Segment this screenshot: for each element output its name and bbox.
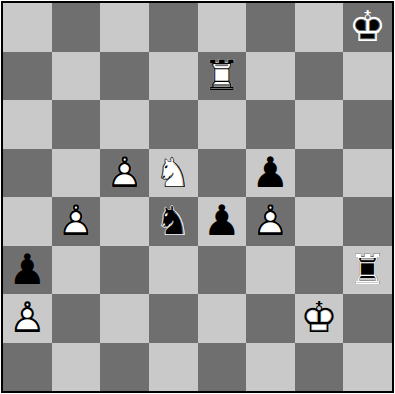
- black-king-outline-glyph: ♔: [343, 3, 392, 52]
- square-b7[interactable]: [52, 52, 101, 101]
- square-e6[interactable]: [198, 100, 247, 149]
- piece-black-pawn[interactable]: ♟: [198, 197, 247, 246]
- square-g4[interactable]: [295, 197, 344, 246]
- square-e8[interactable]: [198, 3, 247, 52]
- square-f3[interactable]: [246, 246, 295, 295]
- square-c4[interactable]: [100, 197, 149, 246]
- square-e5[interactable]: [198, 149, 247, 198]
- square-a5[interactable]: [3, 149, 52, 198]
- square-b1[interactable]: [52, 343, 101, 392]
- square-c6[interactable]: [100, 100, 149, 149]
- square-c2[interactable]: [100, 294, 149, 343]
- piece-black-pawn[interactable]: ♟: [3, 246, 52, 295]
- piece-white-pawn[interactable]: ♟♙: [100, 149, 149, 198]
- square-b3[interactable]: [52, 246, 101, 295]
- square-h5[interactable]: [343, 149, 392, 198]
- square-b8[interactable]: [52, 3, 101, 52]
- square-h6[interactable]: [343, 100, 392, 149]
- square-f4[interactable]: ♟♙: [246, 197, 295, 246]
- square-h8[interactable]: ♚♔: [343, 3, 392, 52]
- piece-white-pawn[interactable]: ♟♙: [52, 197, 101, 246]
- black-pawn-fill-glyph: ♟: [3, 246, 52, 295]
- square-g8[interactable]: [295, 3, 344, 52]
- square-h3[interactable]: ♜♖: [343, 246, 392, 295]
- square-c1[interactable]: [100, 343, 149, 392]
- piece-black-king[interactable]: ♚♔: [343, 3, 392, 52]
- square-a8[interactable]: [3, 3, 52, 52]
- piece-white-pawn[interactable]: ♟♙: [3, 294, 52, 343]
- square-h2[interactable]: [343, 294, 392, 343]
- square-e3[interactable]: [198, 246, 247, 295]
- square-g5[interactable]: [295, 149, 344, 198]
- square-a7[interactable]: [3, 52, 52, 101]
- square-d3[interactable]: [149, 246, 198, 295]
- square-e1[interactable]: [198, 343, 247, 392]
- black-knight-outline-glyph: ♘: [149, 197, 198, 246]
- piece-white-pawn[interactable]: ♟♙: [246, 197, 295, 246]
- chess-board: ♚♔♜♖♟♙♞♘♟♟♙♞♘♟♟♙♟♜♖♟♙♚♔: [0, 0, 395, 394]
- square-f5[interactable]: ♟: [246, 149, 295, 198]
- square-c5[interactable]: ♟♙: [100, 149, 149, 198]
- square-d7[interactable]: [149, 52, 198, 101]
- square-e7[interactable]: ♜♖: [198, 52, 247, 101]
- square-f6[interactable]: [246, 100, 295, 149]
- board-frame: ♚♔♜♖♟♙♞♘♟♟♙♞♘♟♟♙♟♜♖♟♙♚♔: [1, 1, 394, 393]
- square-d5[interactable]: ♞♘: [149, 149, 198, 198]
- square-f1[interactable]: [246, 343, 295, 392]
- white-king-outline-glyph: ♔: [295, 294, 344, 343]
- black-rook-outline-glyph: ♖: [343, 246, 392, 295]
- square-c8[interactable]: [100, 3, 149, 52]
- square-b4[interactable]: ♟♙: [52, 197, 101, 246]
- square-f8[interactable]: [246, 3, 295, 52]
- square-b6[interactable]: [52, 100, 101, 149]
- square-d4[interactable]: ♞♘: [149, 197, 198, 246]
- square-b2[interactable]: [52, 294, 101, 343]
- piece-white-king[interactable]: ♚♔: [295, 294, 344, 343]
- white-knight-outline-glyph: ♘: [149, 149, 198, 198]
- piece-white-rook[interactable]: ♜♖: [198, 52, 247, 101]
- square-d6[interactable]: [149, 100, 198, 149]
- piece-black-pawn[interactable]: ♟: [246, 149, 295, 198]
- square-a1[interactable]: [3, 343, 52, 392]
- white-pawn-outline-glyph: ♙: [246, 197, 295, 246]
- square-d1[interactable]: [149, 343, 198, 392]
- square-d8[interactable]: [149, 3, 198, 52]
- square-c7[interactable]: [100, 52, 149, 101]
- square-d2[interactable]: [149, 294, 198, 343]
- square-f2[interactable]: [246, 294, 295, 343]
- square-e2[interactable]: [198, 294, 247, 343]
- square-g7[interactable]: [295, 52, 344, 101]
- board-grid: ♚♔♜♖♟♙♞♘♟♟♙♞♘♟♟♙♟♜♖♟♙♚♔: [3, 3, 392, 391]
- square-h4[interactable]: [343, 197, 392, 246]
- square-h7[interactable]: [343, 52, 392, 101]
- square-g1[interactable]: [295, 343, 344, 392]
- square-b5[interactable]: [52, 149, 101, 198]
- piece-white-knight[interactable]: ♞♘: [149, 149, 198, 198]
- square-a6[interactable]: [3, 100, 52, 149]
- square-h1[interactable]: [343, 343, 392, 392]
- square-f7[interactable]: [246, 52, 295, 101]
- square-a3[interactable]: ♟: [3, 246, 52, 295]
- piece-black-knight[interactable]: ♞♘: [149, 197, 198, 246]
- square-a4[interactable]: [3, 197, 52, 246]
- white-pawn-outline-glyph: ♙: [3, 294, 52, 343]
- white-pawn-outline-glyph: ♙: [100, 149, 149, 198]
- square-e4[interactable]: ♟: [198, 197, 247, 246]
- white-pawn-outline-glyph: ♙: [52, 197, 101, 246]
- square-g2[interactable]: ♚♔: [295, 294, 344, 343]
- white-rook-outline-glyph: ♖: [198, 52, 247, 101]
- black-pawn-fill-glyph: ♟: [246, 149, 295, 198]
- square-a2[interactable]: ♟♙: [3, 294, 52, 343]
- square-c3[interactable]: [100, 246, 149, 295]
- square-g3[interactable]: [295, 246, 344, 295]
- square-g6[interactable]: [295, 100, 344, 149]
- piece-black-rook[interactable]: ♜♖: [343, 246, 392, 295]
- black-pawn-fill-glyph: ♟: [198, 197, 247, 246]
